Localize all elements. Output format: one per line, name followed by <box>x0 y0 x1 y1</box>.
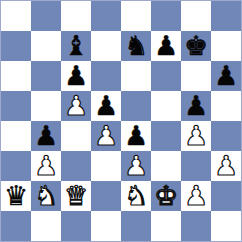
square-h2[interactable] <box>211 181 241 211</box>
square-b2[interactable]: ♞ <box>31 181 61 211</box>
square-d8[interactable] <box>91 1 121 31</box>
square-e3[interactable]: ♟ <box>121 151 151 181</box>
square-h3[interactable]: ♟ <box>211 151 241 181</box>
piece-black-pawn[interactable]: ♟ <box>184 92 208 119</box>
square-a7[interactable] <box>1 31 31 61</box>
square-f6[interactable] <box>151 61 181 91</box>
piece-black-pawn[interactable]: ♟ <box>64 62 88 89</box>
square-f2[interactable]: ♚ <box>151 181 181 211</box>
square-a5[interactable] <box>1 91 31 121</box>
square-d3[interactable] <box>91 151 121 181</box>
square-d1[interactable] <box>91 211 121 241</box>
piece-white-pawn[interactable]: ♟ <box>64 92 88 119</box>
square-a2[interactable]: ♛ <box>1 181 31 211</box>
square-f1[interactable] <box>151 211 181 241</box>
piece-black-queen[interactable]: ♛ <box>4 182 28 209</box>
square-e1[interactable] <box>121 211 151 241</box>
chess-board: ♝♞♟♚♟♟♟♟♟♟♟♟♟♟♟♟♛♞♛♞♚♟ <box>0 0 242 242</box>
piece-black-king[interactable]: ♚ <box>184 32 208 59</box>
square-f3[interactable] <box>151 151 181 181</box>
square-d4[interactable]: ♟ <box>91 121 121 151</box>
square-h5[interactable] <box>211 91 241 121</box>
square-g5[interactable]: ♟ <box>181 91 211 121</box>
square-h6[interactable]: ♟ <box>211 61 241 91</box>
square-e6[interactable] <box>121 61 151 91</box>
square-g1[interactable] <box>181 211 211 241</box>
square-g3[interactable] <box>181 151 211 181</box>
piece-black-pawn[interactable]: ♟ <box>214 62 238 89</box>
square-c6[interactable]: ♟ <box>61 61 91 91</box>
piece-black-pawn[interactable]: ♟ <box>124 122 148 149</box>
piece-white-pawn[interactable]: ♟ <box>124 152 148 179</box>
square-h4[interactable] <box>211 121 241 151</box>
piece-white-pawn[interactable]: ♟ <box>214 152 238 179</box>
square-e7[interactable]: ♞ <box>121 31 151 61</box>
square-b4[interactable]: ♟ <box>31 121 61 151</box>
square-b5[interactable] <box>31 91 61 121</box>
square-b6[interactable] <box>31 61 61 91</box>
square-a4[interactable] <box>1 121 31 151</box>
square-g7[interactable]: ♚ <box>181 31 211 61</box>
square-b8[interactable] <box>31 1 61 31</box>
square-a1[interactable] <box>1 211 31 241</box>
square-d6[interactable] <box>91 61 121 91</box>
square-b3[interactable]: ♟ <box>31 151 61 181</box>
piece-white-pawn[interactable]: ♟ <box>34 152 58 179</box>
square-c5[interactable]: ♟ <box>61 91 91 121</box>
square-d7[interactable] <box>91 31 121 61</box>
piece-black-pawn[interactable]: ♟ <box>94 92 118 119</box>
square-e2[interactable]: ♞ <box>121 181 151 211</box>
square-c1[interactable] <box>61 211 91 241</box>
square-e8[interactable] <box>121 1 151 31</box>
square-f7[interactable]: ♟ <box>151 31 181 61</box>
square-a6[interactable] <box>1 61 31 91</box>
square-d2[interactable] <box>91 181 121 211</box>
chess-board-wrapper: ♝♞♟♚♟♟♟♟♟♟♟♟♟♟♟♟♛♞♛♞♚♟ <box>0 0 242 242</box>
square-h7[interactable] <box>211 31 241 61</box>
square-c2[interactable]: ♛ <box>61 181 91 211</box>
piece-black-bishop[interactable]: ♝ <box>64 32 88 59</box>
square-b1[interactable] <box>31 211 61 241</box>
square-e5[interactable] <box>121 91 151 121</box>
square-f5[interactable] <box>151 91 181 121</box>
piece-black-knight[interactable]: ♞ <box>124 32 148 59</box>
piece-white-knight[interactable]: ♞ <box>34 182 58 209</box>
piece-white-knight[interactable]: ♞ <box>124 182 148 209</box>
square-g6[interactable] <box>181 61 211 91</box>
piece-white-pawn[interactable]: ♟ <box>184 122 208 149</box>
piece-white-pawn[interactable]: ♟ <box>94 122 118 149</box>
square-c7[interactable]: ♝ <box>61 31 91 61</box>
piece-white-queen[interactable]: ♛ <box>64 182 88 209</box>
piece-black-pawn[interactable]: ♟ <box>34 122 58 149</box>
square-c4[interactable] <box>61 121 91 151</box>
square-b7[interactable] <box>31 31 61 61</box>
square-a8[interactable] <box>1 1 31 31</box>
square-f8[interactable] <box>151 1 181 31</box>
square-a3[interactable] <box>1 151 31 181</box>
square-g4[interactable]: ♟ <box>181 121 211 151</box>
piece-black-pawn[interactable]: ♟ <box>154 32 178 59</box>
piece-white-pawn[interactable]: ♟ <box>184 182 208 209</box>
square-d5[interactable]: ♟ <box>91 91 121 121</box>
square-g8[interactable] <box>181 1 211 31</box>
piece-white-king[interactable]: ♚ <box>154 182 178 209</box>
square-g2[interactable]: ♟ <box>181 181 211 211</box>
square-f4[interactable] <box>151 121 181 151</box>
square-c3[interactable] <box>61 151 91 181</box>
square-h1[interactable] <box>211 211 241 241</box>
square-e4[interactable]: ♟ <box>121 121 151 151</box>
square-c8[interactable] <box>61 1 91 31</box>
square-h8[interactable] <box>211 1 241 31</box>
